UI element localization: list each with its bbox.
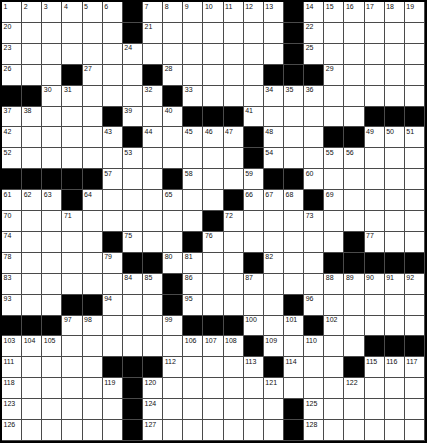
cell-r20-c4[interactable] xyxy=(62,399,82,420)
cell-r21-c17[interactable] xyxy=(324,420,344,441)
cell-r14-c8[interactable]: 85 xyxy=(143,274,163,295)
cell-r5-c17[interactable] xyxy=(324,86,344,107)
cell-r12-c7[interactable]: 75 xyxy=(123,232,143,253)
cell-r17-c12[interactable]: 108 xyxy=(224,336,244,357)
cell-r13-c5[interactable] xyxy=(83,253,103,274)
cell-r2-c8[interactable]: 21 xyxy=(143,23,163,44)
cell-r5-c15[interactable]: 35 xyxy=(284,86,304,107)
cell-r13-c11[interactable] xyxy=(203,253,223,274)
cell-r19-c15[interactable] xyxy=(284,378,304,399)
cell-r11-c13[interactable] xyxy=(244,211,264,232)
cell-r1-c16[interactable]: 14 xyxy=(304,2,324,23)
cell-r18-c5[interactable] xyxy=(83,357,103,378)
cell-r11-c16[interactable]: 73 xyxy=(304,211,324,232)
cell-r10-c20[interactable] xyxy=(385,190,405,211)
cell-r1-c2[interactable]: 2 xyxy=(22,2,42,23)
cell-r8-c8[interactable] xyxy=(143,148,163,169)
cell-r5-c3[interactable]: 30 xyxy=(42,86,62,107)
cell-r19-c1[interactable]: 118 xyxy=(2,378,22,399)
cell-r15-c3[interactable] xyxy=(42,295,62,316)
cell-r13-c9[interactable]: 80 xyxy=(163,253,183,274)
cell-r13-c2[interactable] xyxy=(22,253,42,274)
cell-r11-c8[interactable] xyxy=(143,211,163,232)
cell-r3-c4[interactable] xyxy=(62,44,82,65)
cell-r2-c19[interactable] xyxy=(365,23,385,44)
cell-r3-c9[interactable] xyxy=(163,44,183,65)
cell-r8-c21[interactable] xyxy=(405,148,425,169)
cell-r4-c3[interactable] xyxy=(42,65,62,86)
cell-r4-c21[interactable] xyxy=(405,65,425,86)
cell-r15-c17[interactable] xyxy=(324,295,344,316)
cell-r20-c6[interactable] xyxy=(103,399,123,420)
cell-r14-c7[interactable]: 84 xyxy=(123,274,143,295)
cell-r19-c10[interactable] xyxy=(183,378,203,399)
cell-r8-c14[interactable]: 54 xyxy=(264,148,284,169)
cell-r7-c5[interactable] xyxy=(83,127,103,148)
cell-r21-c6[interactable] xyxy=(103,420,123,441)
cell-r17-c16[interactable]: 110 xyxy=(304,336,324,357)
cell-r18-c20[interactable]: 116 xyxy=(385,357,405,378)
cell-r5-c16[interactable]: 36 xyxy=(304,86,324,107)
cell-r17-c3[interactable]: 105 xyxy=(42,336,62,357)
cell-r14-c1[interactable]: 83 xyxy=(2,274,22,295)
cell-r4-c1[interactable]: 26 xyxy=(2,65,22,86)
cell-r15-c8[interactable] xyxy=(143,295,163,316)
cell-r11-c19[interactable] xyxy=(365,211,385,232)
cell-r20-c19[interactable] xyxy=(365,399,385,420)
cell-r3-c12[interactable] xyxy=(224,44,244,65)
cell-r6-c16[interactable] xyxy=(304,107,324,128)
cell-r14-c17[interactable]: 88 xyxy=(324,274,344,295)
cell-r21-c1[interactable]: 126 xyxy=(2,420,22,441)
cell-r19-c3[interactable] xyxy=(42,378,62,399)
cell-r13-c6[interactable]: 79 xyxy=(103,253,123,274)
cell-r2-c17[interactable] xyxy=(324,23,344,44)
cell-r1-c10[interactable]: 9 xyxy=(183,2,203,23)
cell-r20-c5[interactable] xyxy=(83,399,103,420)
cell-r15-c12[interactable] xyxy=(224,295,244,316)
cell-r21-c18[interactable] xyxy=(344,420,364,441)
cell-r20-c1[interactable]: 123 xyxy=(2,399,22,420)
cell-r17-c1[interactable]: 103 xyxy=(2,336,22,357)
cell-r13-c16[interactable] xyxy=(304,253,324,274)
cell-r1-c17[interactable]: 15 xyxy=(324,2,344,23)
cell-r7-c12[interactable]: 47 xyxy=(224,127,244,148)
cell-r17-c15[interactable] xyxy=(284,336,304,357)
cell-r18-c17[interactable] xyxy=(324,357,344,378)
cell-r13-c15[interactable] xyxy=(284,253,304,274)
cell-r6-c13[interactable]: 41 xyxy=(244,107,264,128)
cell-r18-c16[interactable] xyxy=(304,357,324,378)
cell-r4-c13[interactable] xyxy=(244,65,264,86)
cell-r3-c2[interactable] xyxy=(22,44,42,65)
cell-r20-c3[interactable] xyxy=(42,399,62,420)
cell-r16-c19[interactable] xyxy=(365,316,385,337)
cell-r8-c1[interactable]: 52 xyxy=(2,148,22,169)
cell-r17-c8[interactable] xyxy=(143,336,163,357)
cell-r4-c11[interactable] xyxy=(203,65,223,86)
cell-r5-c7[interactable] xyxy=(123,86,143,107)
cell-r17-c6[interactable] xyxy=(103,336,123,357)
cell-r10-c5[interactable]: 64 xyxy=(83,190,103,211)
cell-r15-c1[interactable]: 93 xyxy=(2,295,22,316)
cell-r2-c20[interactable] xyxy=(385,23,405,44)
cell-r21-c4[interactable] xyxy=(62,420,82,441)
cell-r13-c4[interactable] xyxy=(62,253,82,274)
cell-r16-c18[interactable] xyxy=(344,316,364,337)
cell-r5-c18[interactable] xyxy=(344,86,364,107)
cell-r10-c11[interactable] xyxy=(203,190,223,211)
cell-r16-c21[interactable] xyxy=(405,316,425,337)
cell-r18-c13[interactable]: 113 xyxy=(244,357,264,378)
cell-r7-c2[interactable] xyxy=(22,127,42,148)
cell-r12-c17[interactable] xyxy=(324,232,344,253)
cell-r8-c3[interactable] xyxy=(42,148,62,169)
cell-r21-c20[interactable] xyxy=(385,420,405,441)
cell-r4-c12[interactable] xyxy=(224,65,244,86)
cell-r2-c2[interactable] xyxy=(22,23,42,44)
cell-r6-c9[interactable]: 40 xyxy=(163,107,183,128)
cell-r3-c6[interactable] xyxy=(103,44,123,65)
cell-r16-c14[interactable] xyxy=(264,316,284,337)
cell-r6-c14[interactable] xyxy=(264,107,284,128)
cell-r20-c21[interactable] xyxy=(405,399,425,420)
cell-r14-c11[interactable] xyxy=(203,274,223,295)
cell-r9-c17[interactable] xyxy=(324,169,344,190)
cell-r7-c14[interactable]: 48 xyxy=(264,127,284,148)
cell-r3-c7[interactable]: 24 xyxy=(123,44,143,65)
cell-r2-c9[interactable] xyxy=(163,23,183,44)
cell-r14-c15[interactable] xyxy=(284,274,304,295)
cell-r4-c10[interactable] xyxy=(183,65,203,86)
cell-r18-c4[interactable] xyxy=(62,357,82,378)
cell-r12-c13[interactable] xyxy=(244,232,264,253)
cell-r14-c2[interactable] xyxy=(22,274,42,295)
cell-r15-c6[interactable]: 94 xyxy=(103,295,123,316)
cell-r1-c11[interactable]: 10 xyxy=(203,2,223,23)
cell-r19-c6[interactable]: 119 xyxy=(103,378,123,399)
cell-r7-c19[interactable]: 49 xyxy=(365,127,385,148)
cell-r11-c5[interactable] xyxy=(83,211,103,232)
cell-r15-c10[interactable]: 95 xyxy=(183,295,203,316)
cell-r16-c17[interactable]: 102 xyxy=(324,316,344,337)
cell-r20-c13[interactable] xyxy=(244,399,264,420)
cell-r3-c17[interactable] xyxy=(324,44,344,65)
cell-r6-c8[interactable] xyxy=(143,107,163,128)
cell-r14-c3[interactable] xyxy=(42,274,62,295)
cell-r21-c12[interactable] xyxy=(224,420,244,441)
cell-r16-c13[interactable]: 100 xyxy=(244,316,264,337)
cell-r7-c3[interactable] xyxy=(42,127,62,148)
cell-r9-c7[interactable] xyxy=(123,169,143,190)
cell-r14-c14[interactable] xyxy=(264,274,284,295)
cell-r20-c10[interactable] xyxy=(183,399,203,420)
cell-r6-c4[interactable] xyxy=(62,107,82,128)
cell-r1-c19[interactable]: 17 xyxy=(365,2,385,23)
cell-r9-c11[interactable] xyxy=(203,169,223,190)
cell-r20-c20[interactable] xyxy=(385,399,405,420)
cell-r11-c20[interactable] xyxy=(385,211,405,232)
cell-r18-c10[interactable] xyxy=(183,357,203,378)
cell-r9-c8[interactable] xyxy=(143,169,163,190)
cell-r19-c13[interactable] xyxy=(244,378,264,399)
cell-r20-c14[interactable] xyxy=(264,399,284,420)
cell-r7-c20[interactable]: 50 xyxy=(385,127,405,148)
cell-r2-c16[interactable]: 22 xyxy=(304,23,324,44)
cell-r13-c14[interactable]: 82 xyxy=(264,253,284,274)
cell-r7-c6[interactable]: 43 xyxy=(103,127,123,148)
cell-r20-c2[interactable] xyxy=(22,399,42,420)
cell-r1-c18[interactable]: 16 xyxy=(344,2,364,23)
cell-r12-c20[interactable] xyxy=(385,232,405,253)
cell-r16-c15[interactable]: 101 xyxy=(284,316,304,337)
cell-r9-c21[interactable] xyxy=(405,169,425,190)
cell-r14-c18[interactable]: 89 xyxy=(344,274,364,295)
cell-r18-c3[interactable] xyxy=(42,357,62,378)
cell-r2-c5[interactable] xyxy=(83,23,103,44)
cell-r11-c18[interactable] xyxy=(344,211,364,232)
cell-r21-c16[interactable]: 128 xyxy=(304,420,324,441)
cell-r5-c10[interactable]: 33 xyxy=(183,86,203,107)
cell-r5-c14[interactable]: 34 xyxy=(264,86,284,107)
cell-r8-c20[interactable] xyxy=(385,148,405,169)
cell-r15-c19[interactable] xyxy=(365,295,385,316)
cell-r11-c1[interactable]: 70 xyxy=(2,211,22,232)
cell-r18-c15[interactable]: 114 xyxy=(284,357,304,378)
cell-r2-c14[interactable] xyxy=(264,23,284,44)
cell-r12-c19[interactable]: 77 xyxy=(365,232,385,253)
cell-r3-c21[interactable] xyxy=(405,44,425,65)
cell-r5-c4[interactable]: 31 xyxy=(62,86,82,107)
cell-r8-c4[interactable] xyxy=(62,148,82,169)
cell-r10-c17[interactable]: 69 xyxy=(324,190,344,211)
cell-r5-c13[interactable] xyxy=(244,86,264,107)
cell-r14-c4[interactable] xyxy=(62,274,82,295)
cell-r14-c6[interactable] xyxy=(103,274,123,295)
cell-r15-c21[interactable] xyxy=(405,295,425,316)
cell-r20-c8[interactable]: 124 xyxy=(143,399,163,420)
cell-r10-c18[interactable] xyxy=(344,190,364,211)
cell-r3-c20[interactable] xyxy=(385,44,405,65)
cell-r20-c11[interactable] xyxy=(203,399,223,420)
cell-r4-c17[interactable]: 29 xyxy=(324,65,344,86)
cell-r5-c8[interactable]: 32 xyxy=(143,86,163,107)
cell-r8-c16[interactable] xyxy=(304,148,324,169)
cell-r12-c1[interactable]: 74 xyxy=(2,232,22,253)
cell-r10-c8[interactable] xyxy=(143,190,163,211)
cell-r17-c18[interactable] xyxy=(344,336,364,357)
cell-r8-c17[interactable]: 55 xyxy=(324,148,344,169)
cell-r5-c12[interactable] xyxy=(224,86,244,107)
cell-r3-c14[interactable] xyxy=(264,44,284,65)
cell-r12-c14[interactable] xyxy=(264,232,284,253)
cell-r6-c7[interactable]: 39 xyxy=(123,107,143,128)
cell-r10-c19[interactable] xyxy=(365,190,385,211)
cell-r16-c8[interactable] xyxy=(143,316,163,337)
cell-r5-c6[interactable] xyxy=(103,86,123,107)
cell-r19-c16[interactable] xyxy=(304,378,324,399)
cell-r19-c12[interactable] xyxy=(224,378,244,399)
cell-r6-c18[interactable] xyxy=(344,107,364,128)
cell-r10-c15[interactable]: 68 xyxy=(284,190,304,211)
cell-r14-c16[interactable] xyxy=(304,274,324,295)
cell-r15-c20[interactable] xyxy=(385,295,405,316)
cell-r17-c17[interactable] xyxy=(324,336,344,357)
cell-r9-c13[interactable]: 59 xyxy=(244,169,264,190)
cell-r17-c10[interactable]: 106 xyxy=(183,336,203,357)
cell-r11-c15[interactable] xyxy=(284,211,304,232)
cell-r16-c5[interactable]: 98 xyxy=(83,316,103,337)
cell-r13-c10[interactable]: 81 xyxy=(183,253,203,274)
cell-r18-c2[interactable] xyxy=(22,357,42,378)
cell-r16-c7[interactable] xyxy=(123,316,143,337)
cell-r11-c12[interactable]: 72 xyxy=(224,211,244,232)
cell-r7-c9[interactable] xyxy=(163,127,183,148)
cell-r1-c14[interactable]: 13 xyxy=(264,2,284,23)
cell-r3-c10[interactable] xyxy=(183,44,203,65)
cell-r9-c19[interactable] xyxy=(365,169,385,190)
cell-r15-c11[interactable] xyxy=(203,295,223,316)
cell-r15-c14[interactable] xyxy=(264,295,284,316)
cell-r4-c2[interactable] xyxy=(22,65,42,86)
cell-r17-c11[interactable]: 107 xyxy=(203,336,223,357)
cell-r5-c20[interactable] xyxy=(385,86,405,107)
cell-r9-c10[interactable]: 58 xyxy=(183,169,203,190)
cell-r3-c13[interactable] xyxy=(244,44,264,65)
cell-r8-c19[interactable] xyxy=(365,148,385,169)
cell-r1-c1[interactable]: 1 xyxy=(2,2,22,23)
cell-r14-c19[interactable]: 90 xyxy=(365,274,385,295)
cell-r1-c21[interactable]: 19 xyxy=(405,2,425,23)
cell-r11-c2[interactable] xyxy=(22,211,42,232)
cell-r4-c19[interactable] xyxy=(365,65,385,86)
cell-r19-c18[interactable]: 122 xyxy=(344,378,364,399)
cell-r19-c2[interactable] xyxy=(22,378,42,399)
cell-r12-c8[interactable] xyxy=(143,232,163,253)
cell-r18-c21[interactable]: 117 xyxy=(405,357,425,378)
cell-r12-c5[interactable] xyxy=(83,232,103,253)
cell-r21-c19[interactable] xyxy=(365,420,385,441)
cell-r6-c15[interactable] xyxy=(284,107,304,128)
cell-r14-c13[interactable]: 87 xyxy=(244,274,264,295)
cell-r10-c2[interactable]: 62 xyxy=(22,190,42,211)
cell-r1-c13[interactable]: 12 xyxy=(244,2,264,23)
cell-r4-c18[interactable] xyxy=(344,65,364,86)
cell-r2-c10[interactable] xyxy=(183,23,203,44)
cell-r6-c1[interactable]: 37 xyxy=(2,107,22,128)
cell-r19-c17[interactable] xyxy=(324,378,344,399)
cell-r21-c13[interactable] xyxy=(244,420,264,441)
cell-r7-c11[interactable]: 46 xyxy=(203,127,223,148)
cell-r9-c12[interactable] xyxy=(224,169,244,190)
cell-r8-c10[interactable] xyxy=(183,148,203,169)
cell-r17-c5[interactable] xyxy=(83,336,103,357)
cell-r20-c17[interactable] xyxy=(324,399,344,420)
cell-r8-c15[interactable] xyxy=(284,148,304,169)
cell-r10-c14[interactable]: 67 xyxy=(264,190,284,211)
cell-r10-c10[interactable] xyxy=(183,190,203,211)
cell-r19-c5[interactable] xyxy=(83,378,103,399)
cell-r16-c20[interactable] xyxy=(385,316,405,337)
cell-r1-c20[interactable]: 18 xyxy=(385,2,405,23)
cell-r3-c18[interactable] xyxy=(344,44,364,65)
cell-r17-c7[interactable] xyxy=(123,336,143,357)
cell-r3-c8[interactable] xyxy=(143,44,163,65)
cell-r9-c16[interactable]: 60 xyxy=(304,169,324,190)
cell-r13-c1[interactable]: 78 xyxy=(2,253,22,274)
cell-r18-c9[interactable]: 112 xyxy=(163,357,183,378)
cell-r10-c1[interactable]: 61 xyxy=(2,190,22,211)
cell-r12-c2[interactable] xyxy=(22,232,42,253)
cell-r11-c21[interactable] xyxy=(405,211,425,232)
cell-r1-c8[interactable]: 7 xyxy=(143,2,163,23)
cell-r11-c4[interactable]: 71 xyxy=(62,211,82,232)
cell-r19-c20[interactable] xyxy=(385,378,405,399)
cell-r10-c9[interactable]: 65 xyxy=(163,190,183,211)
cell-r4-c5[interactable]: 27 xyxy=(83,65,103,86)
cell-r2-c3[interactable] xyxy=(42,23,62,44)
cell-r2-c6[interactable] xyxy=(103,23,123,44)
cell-r17-c2[interactable]: 104 xyxy=(22,336,42,357)
cell-r8-c18[interactable]: 56 xyxy=(344,148,364,169)
cell-r7-c15[interactable] xyxy=(284,127,304,148)
cell-r10-c13[interactable]: 66 xyxy=(244,190,264,211)
cell-r11-c10[interactable] xyxy=(183,211,203,232)
cell-r11-c14[interactable] xyxy=(264,211,284,232)
cell-r17-c14[interactable]: 109 xyxy=(264,336,284,357)
cell-r12-c15[interactable] xyxy=(284,232,304,253)
cell-r4-c7[interactable] xyxy=(123,65,143,86)
cell-r4-c20[interactable] xyxy=(385,65,405,86)
cell-r14-c20[interactable]: 91 xyxy=(385,274,405,295)
cell-r11-c9[interactable] xyxy=(163,211,183,232)
cell-r1-c12[interactable]: 11 xyxy=(224,2,244,23)
cell-r5-c19[interactable] xyxy=(365,86,385,107)
cell-r10-c6[interactable] xyxy=(103,190,123,211)
cell-r14-c10[interactable]: 86 xyxy=(183,274,203,295)
cell-r8-c6[interactable] xyxy=(103,148,123,169)
cell-r7-c8[interactable]: 44 xyxy=(143,127,163,148)
cell-r16-c4[interactable]: 97 xyxy=(62,316,82,337)
cell-r8-c5[interactable] xyxy=(83,148,103,169)
cell-r7-c10[interactable]: 45 xyxy=(183,127,203,148)
cell-r14-c5[interactable] xyxy=(83,274,103,295)
cell-r15-c18[interactable] xyxy=(344,295,364,316)
cell-r21-c21[interactable] xyxy=(405,420,425,441)
cell-r11-c3[interactable] xyxy=(42,211,62,232)
cell-r16-c9[interactable]: 99 xyxy=(163,316,183,337)
cell-r11-c17[interactable] xyxy=(324,211,344,232)
cell-r1-c5[interactable]: 5 xyxy=(83,2,103,23)
cell-r19-c11[interactable] xyxy=(203,378,223,399)
cell-r10-c3[interactable]: 63 xyxy=(42,190,62,211)
cell-r12-c4[interactable] xyxy=(62,232,82,253)
cell-r21-c5[interactable] xyxy=(83,420,103,441)
cell-r3-c3[interactable] xyxy=(42,44,62,65)
cell-r21-c8[interactable]: 127 xyxy=(143,420,163,441)
cell-r12-c11[interactable]: 76 xyxy=(203,232,223,253)
cell-r2-c4[interactable] xyxy=(62,23,82,44)
cell-r21-c11[interactable] xyxy=(203,420,223,441)
cell-r17-c4[interactable] xyxy=(62,336,82,357)
cell-r2-c21[interactable] xyxy=(405,23,425,44)
cell-r19-c8[interactable]: 120 xyxy=(143,378,163,399)
cell-r15-c13[interactable] xyxy=(244,295,264,316)
cell-r9-c6[interactable]: 57 xyxy=(103,169,123,190)
cell-r14-c12[interactable] xyxy=(224,274,244,295)
cell-r18-c12[interactable] xyxy=(224,357,244,378)
cell-r9-c20[interactable] xyxy=(385,169,405,190)
